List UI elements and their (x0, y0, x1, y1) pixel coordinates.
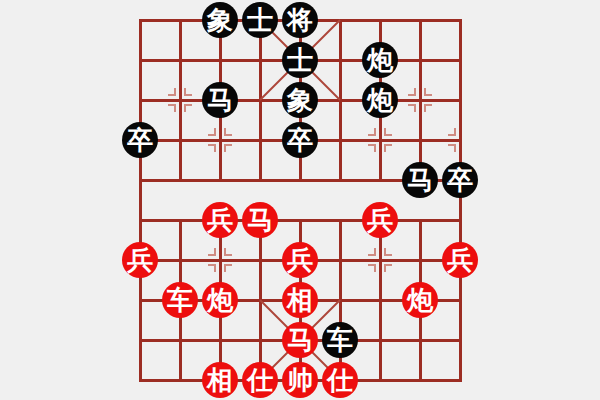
point-marker (208, 264, 216, 272)
xiangqi-piece-black-炮[interactable]: 炮 (362, 42, 398, 78)
point-marker (384, 144, 392, 152)
xiangqi-piece-black-马[interactable]: 马 (402, 162, 438, 198)
xiangqi-piece-black-马[interactable]: 马 (202, 82, 238, 118)
xiangqi-piece-red-仕[interactable]: 仕 (322, 362, 358, 398)
point-marker (184, 104, 192, 112)
xiangqi-piece-red-马[interactable]: 马 (282, 322, 318, 358)
point-marker (368, 128, 376, 136)
xiangqi-piece-black-士[interactable]: 士 (282, 42, 318, 78)
point-marker (224, 144, 232, 152)
point-marker (168, 104, 176, 112)
xiangqi-piece-black-卒[interactable]: 卒 (122, 122, 158, 158)
point-marker (424, 88, 432, 96)
point-marker (184, 88, 192, 96)
point-marker (384, 264, 392, 272)
point-marker (448, 144, 456, 152)
xiangqi-piece-black-车[interactable]: 车 (322, 322, 358, 358)
xiangqi-piece-black-象[interactable]: 象 (282, 82, 318, 118)
point-marker (384, 128, 392, 136)
point-marker (384, 248, 392, 256)
point-marker (448, 128, 456, 136)
xiangqi-piece-red-仕[interactable]: 仕 (242, 362, 278, 398)
point-marker (368, 248, 376, 256)
point-marker (168, 88, 176, 96)
xiangqi-app: 象士将士炮马象炮卒卒马卒车兵马兵兵兵兵车炮相炮马相仕帅仕 (0, 0, 600, 400)
xiangqi-piece-red-帅[interactable]: 帅 (282, 362, 318, 398)
xiangqi-piece-black-卒[interactable]: 卒 (442, 162, 478, 198)
point-marker (224, 248, 232, 256)
xiangqi-piece-black-象[interactable]: 象 (202, 2, 238, 38)
xiangqi-piece-black-士[interactable]: 士 (242, 2, 278, 38)
xiangqi-piece-red-车[interactable]: 车 (162, 282, 198, 318)
xiangqi-piece-red-兵[interactable]: 兵 (362, 202, 398, 238)
xiangqi-piece-red-兵[interactable]: 兵 (122, 242, 158, 278)
xiangqi-piece-black-卒[interactable]: 卒 (282, 122, 318, 158)
xiangqi-piece-red-兵[interactable]: 兵 (282, 242, 318, 278)
point-marker (208, 144, 216, 152)
xiangqi-piece-red-相[interactable]: 相 (202, 362, 238, 398)
point-marker (408, 88, 416, 96)
xiangqi-piece-red-炮[interactable]: 炮 (402, 282, 438, 318)
xiangqi-board[interactable]: 象士将士炮马象炮卒卒马卒车兵马兵兵兵兵车炮相炮马相仕帅仕 (140, 20, 460, 380)
xiangqi-piece-red-马[interactable]: 马 (242, 202, 278, 238)
xiangqi-piece-red-相[interactable]: 相 (282, 282, 318, 318)
point-marker (368, 264, 376, 272)
xiangqi-piece-black-炮[interactable]: 炮 (362, 82, 398, 118)
point-marker (224, 264, 232, 272)
xiangqi-piece-red-炮[interactable]: 炮 (202, 282, 238, 318)
xiangqi-piece-red-兵[interactable]: 兵 (202, 202, 238, 238)
point-marker (208, 248, 216, 256)
point-marker (208, 128, 216, 136)
point-marker (368, 144, 376, 152)
xiangqi-piece-red-兵[interactable]: 兵 (442, 242, 478, 278)
point-marker (408, 104, 416, 112)
point-marker (424, 104, 432, 112)
xiangqi-piece-black-将[interactable]: 将 (282, 2, 318, 38)
point-marker (224, 128, 232, 136)
